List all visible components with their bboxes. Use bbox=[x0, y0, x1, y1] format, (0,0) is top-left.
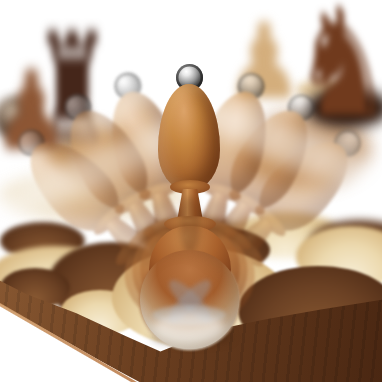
wobble-chess-photo: ♜ ♟ ♟ ♞ bbox=[0, 0, 382, 382]
piece-head bbox=[158, 84, 220, 190]
wobble-motion-layer bbox=[0, 0, 382, 382]
piece-center-shadow bbox=[180, 196, 200, 254]
wobble-piece bbox=[0, 0, 382, 382]
piece-round-base bbox=[140, 250, 239, 349]
base-reflection-glow bbox=[154, 312, 224, 342]
